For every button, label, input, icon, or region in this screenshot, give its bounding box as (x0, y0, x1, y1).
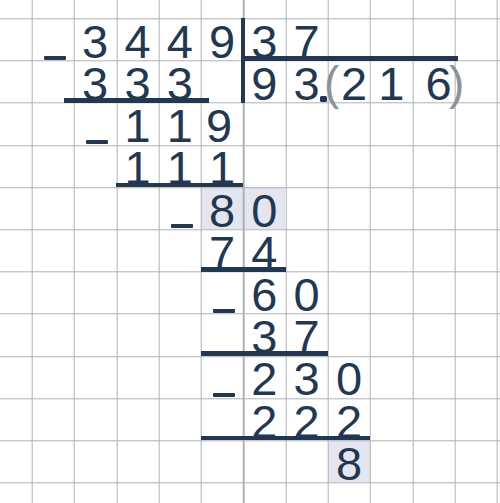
digit-cell: 6 (243, 272, 285, 314)
digit-cell: 1 (370, 61, 412, 103)
repetend-paren-open: ( (324, 62, 339, 104)
division-bracket (241, 18, 246, 102)
digit-cell: 1 (159, 103, 201, 145)
digit-cell: 3 (286, 356, 328, 398)
long-division-worksheet: 34493733393216119111807460372302228() (0, 0, 500, 503)
rule-under-111 (116, 183, 243, 188)
digit-cell: 4 (159, 18, 201, 60)
digit-cell: 2 (243, 398, 285, 440)
digit-cell: 3 (74, 61, 116, 103)
repetend-paren-close: ) (449, 62, 464, 104)
digit-cell: 3 (159, 61, 201, 103)
minus-sign (44, 56, 66, 60)
digit-cell: 3 (74, 18, 116, 60)
rule-under-37 (201, 351, 328, 356)
digit-cell: 9 (243, 61, 285, 103)
digit-cell: 3 (243, 314, 285, 356)
digit-cell: 0 (243, 187, 285, 229)
digit-cell: 0 (328, 356, 370, 398)
digit-cell: 1 (201, 145, 243, 187)
digit-cell: 7 (286, 18, 328, 60)
digit-cell: 2 (328, 398, 370, 440)
digit-cell: 8 (201, 187, 243, 229)
digit-cell: 1 (116, 103, 158, 145)
digit-cell: 0 (286, 272, 328, 314)
digit-cell: 2 (286, 398, 328, 440)
digit-cell: 3 (243, 18, 285, 60)
digit-cell: 9 (201, 18, 243, 60)
rule-under-74 (201, 267, 286, 272)
minus-sign (171, 224, 193, 228)
digit-cell: 4 (243, 229, 285, 271)
digit-cell: 7 (201, 229, 243, 271)
digit-cell: 2 (243, 356, 285, 398)
rule-under-333 (64, 98, 209, 103)
minus-sign (213, 309, 235, 313)
digit-cell: 3 (116, 61, 158, 103)
minus-sign (213, 393, 235, 397)
rule-under-222 (201, 436, 370, 441)
quotient-overline (243, 56, 458, 61)
digit-cell: 4 (116, 18, 158, 60)
digit-cell: 8 (328, 440, 370, 482)
digit-cell: 1 (116, 145, 158, 187)
minus-sign (86, 140, 108, 144)
digit-cell: 7 (286, 314, 328, 356)
digit-cell: 9 (198, 103, 240, 145)
digit-cell: 1 (159, 145, 201, 187)
